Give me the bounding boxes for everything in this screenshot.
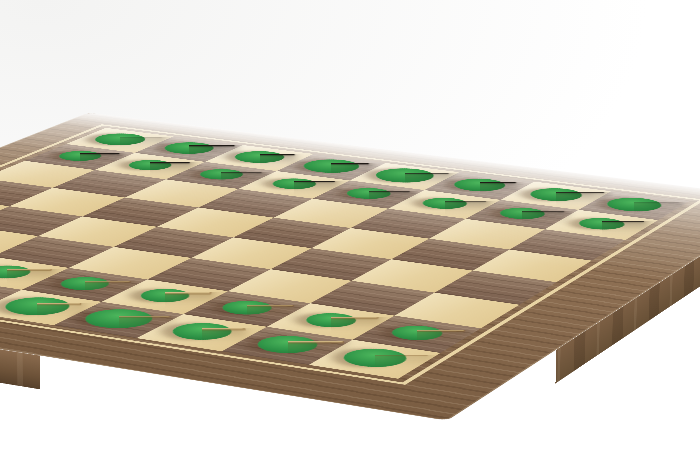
chess-board: ♜♞♝♛♚♝♞♜♟♟♟♟♟♟♟♟♟♟♟♟♟♟♟♟♜♞♝♛♚♝♞♜ xyxy=(0,113,700,421)
scene: ♜♞♝♛♚♝♞♜♟♟♟♟♟♟♟♟♟♟♟♟♟♟♟♟♜♞♝♛♚♝♞♜ xyxy=(0,0,700,460)
chess-set-photo: Angled product photograph of a wooden St… xyxy=(0,0,700,460)
